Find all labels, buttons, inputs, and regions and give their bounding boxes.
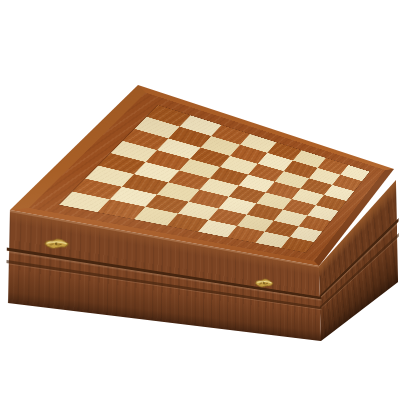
brass-clasp-right-icon bbox=[253, 272, 276, 294]
chess-box-photo bbox=[0, 0, 400, 400]
brass-clasp-left-icon bbox=[41, 231, 71, 257]
